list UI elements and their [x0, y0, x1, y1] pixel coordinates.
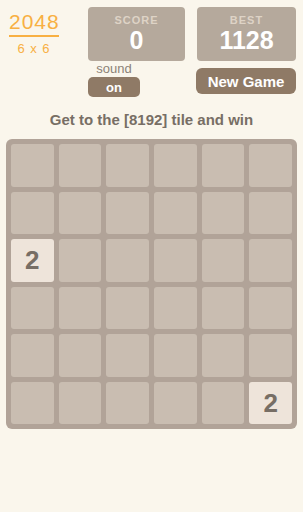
- board-cell: [154, 334, 197, 377]
- board-cell: [106, 382, 149, 425]
- board-cell: [249, 144, 292, 187]
- board-cell: [59, 192, 102, 235]
- board-cell: [106, 144, 149, 187]
- board-cell: [59, 334, 102, 377]
- board-cell: [11, 334, 54, 377]
- board-cell: [106, 239, 149, 282]
- tile-2: 2: [249, 382, 292, 425]
- game-board[interactable]: 22: [6, 139, 297, 429]
- new-game-button[interactable]: New Game: [196, 68, 296, 94]
- board-cell: [154, 287, 197, 330]
- board-cell: [11, 382, 54, 425]
- board-cell: [106, 192, 149, 235]
- board-cell: [202, 192, 245, 235]
- board-cell: [249, 239, 292, 282]
- best-value: 1128: [219, 28, 273, 53]
- goal-instruction: Get to the [8192] tile and win: [0, 111, 303, 128]
- tile-2: 2: [11, 239, 54, 282]
- sound-toggle-button[interactable]: on: [88, 77, 140, 97]
- board-cell: [59, 382, 102, 425]
- board-cell: [154, 192, 197, 235]
- score-value: 0: [130, 28, 144, 53]
- game-logo: 2048 6 x 6: [9, 11, 59, 56]
- board-cell: [202, 144, 245, 187]
- board-cell: [59, 144, 102, 187]
- board-cell: [249, 192, 292, 235]
- board-cell: [249, 334, 292, 377]
- logo-title: 2048: [9, 11, 59, 37]
- app-window: 2048 6 x 6 SCORE 0 BEST 1128 sound on Ne…: [0, 0, 303, 512]
- sound-label: sound: [88, 62, 140, 76]
- score-box: SCORE 0: [88, 7, 185, 61]
- best-label: BEST: [230, 15, 263, 26]
- board-cell: [59, 239, 102, 282]
- board-cell: [249, 287, 292, 330]
- board-cell: [59, 287, 102, 330]
- board-cell: [11, 192, 54, 235]
- best-box: BEST 1128: [197, 7, 296, 61]
- score-label: SCORE: [114, 15, 158, 26]
- board-cell: [154, 239, 197, 282]
- board-cell: [11, 287, 54, 330]
- board-cell: [202, 287, 245, 330]
- board-cell: [106, 334, 149, 377]
- board-cell: [154, 144, 197, 187]
- board-cell: [202, 334, 245, 377]
- board-cell: [154, 382, 197, 425]
- board-cell: [202, 382, 245, 425]
- board-cell: [202, 239, 245, 282]
- board-cell: [106, 287, 149, 330]
- board-cell: [11, 144, 54, 187]
- logo-variant: 6 x 6: [9, 41, 59, 56]
